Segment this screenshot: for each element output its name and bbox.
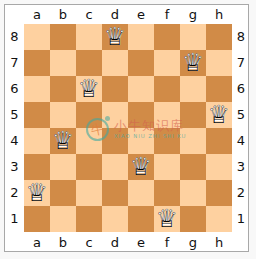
- square-g3[interactable]: [180, 154, 206, 180]
- piece-outline: ♕: [50, 127, 76, 153]
- file-label-bottom-f: f: [154, 232, 180, 253]
- square-h3[interactable]: [206, 154, 232, 180]
- rank-label-left-7: 7: [5, 50, 24, 76]
- square-c5[interactable]: [76, 102, 102, 128]
- file-label-bottom-a: a: [24, 232, 50, 253]
- square-b7[interactable]: [50, 50, 76, 76]
- file-label-bottom-e: e: [128, 232, 154, 253]
- piece-outline: ♕: [180, 49, 206, 75]
- square-h5[interactable]: ♛♕: [206, 102, 232, 128]
- file-label-top-h: h: [206, 5, 232, 24]
- square-h6[interactable]: [206, 76, 232, 102]
- file-labels-bottom: abcdefgh: [24, 232, 232, 253]
- square-b4[interactable]: ♛♕: [50, 128, 76, 154]
- rank-label-left-6: 6: [5, 76, 24, 102]
- square-c2[interactable]: [76, 180, 102, 206]
- square-e3[interactable]: ♛♕: [128, 154, 154, 180]
- square-e6[interactable]: [128, 76, 154, 102]
- file-label-top-c: c: [76, 5, 102, 24]
- chess-diagram: abcdefgh 87654321 87654321 abcdefgh ♛♕♛♕…: [0, 0, 256, 259]
- square-b3[interactable]: [50, 154, 76, 180]
- square-a7[interactable]: [24, 50, 50, 76]
- square-a8[interactable]: [24, 24, 50, 50]
- square-e1[interactable]: [128, 206, 154, 232]
- square-c1[interactable]: [76, 206, 102, 232]
- file-label-top-b: b: [50, 5, 76, 24]
- rank-label-right-3: 3: [232, 154, 250, 180]
- square-g7[interactable]: ♛♕: [180, 50, 206, 76]
- square-d5[interactable]: [102, 102, 128, 128]
- white-queen-d8[interactable]: ♛♕: [102, 24, 128, 50]
- square-f7[interactable]: [154, 50, 180, 76]
- square-b6[interactable]: [50, 76, 76, 102]
- diagram-frame: abcdefgh 87654321 87654321 abcdefgh ♛♕♛♕…: [4, 4, 249, 252]
- square-f3[interactable]: [154, 154, 180, 180]
- rank-label-right-5: 5: [232, 102, 250, 128]
- square-a6[interactable]: [24, 76, 50, 102]
- white-queen-h5[interactable]: ♛♕: [206, 102, 232, 128]
- file-label-bottom-c: c: [76, 232, 102, 253]
- file-labels-top: abcdefgh: [24, 5, 232, 24]
- square-d2[interactable]: [102, 180, 128, 206]
- rank-label-left-2: 2: [5, 180, 24, 206]
- rank-label-left-5: 5: [5, 102, 24, 128]
- square-c3[interactable]: [76, 154, 102, 180]
- square-a2[interactable]: ♛♕: [24, 180, 50, 206]
- white-queen-g7[interactable]: ♛♕: [180, 50, 206, 76]
- square-b1[interactable]: [50, 206, 76, 232]
- file-label-bottom-g: g: [180, 232, 206, 253]
- white-queen-a2[interactable]: ♛♕: [24, 180, 50, 206]
- square-d8[interactable]: ♛♕: [102, 24, 128, 50]
- square-c7[interactable]: [76, 50, 102, 76]
- square-c8[interactable]: [76, 24, 102, 50]
- square-e2[interactable]: [128, 180, 154, 206]
- white-queen-f1[interactable]: ♛♕: [154, 206, 180, 232]
- square-e8[interactable]: [128, 24, 154, 50]
- chess-board: ♛♕♛♕♛♕♛♕♛♕♛♕♛♕♛♕: [24, 24, 232, 232]
- square-f8[interactable]: [154, 24, 180, 50]
- square-e5[interactable]: [128, 102, 154, 128]
- square-d6[interactable]: [102, 76, 128, 102]
- white-queen-e3[interactable]: ♛♕: [128, 154, 154, 180]
- square-g6[interactable]: [180, 76, 206, 102]
- square-g1[interactable]: [180, 206, 206, 232]
- square-c4[interactable]: [76, 128, 102, 154]
- square-c6[interactable]: ♛♕: [76, 76, 102, 102]
- square-g2[interactable]: [180, 180, 206, 206]
- file-label-top-e: e: [128, 5, 154, 24]
- square-b5[interactable]: [50, 102, 76, 128]
- file-label-top-a: a: [24, 5, 50, 24]
- square-g4[interactable]: [180, 128, 206, 154]
- square-b2[interactable]: [50, 180, 76, 206]
- rank-label-right-7: 7: [232, 50, 250, 76]
- rank-labels-right: 87654321: [232, 24, 250, 232]
- square-g5[interactable]: [180, 102, 206, 128]
- piece-outline: ♕: [76, 75, 102, 101]
- file-label-bottom-h: h: [206, 232, 232, 253]
- square-h8[interactable]: [206, 24, 232, 50]
- file-label-top-g: g: [180, 5, 206, 24]
- white-queen-b4[interactable]: ♛♕: [50, 128, 76, 154]
- rank-label-right-6: 6: [232, 76, 250, 102]
- square-h7[interactable]: [206, 50, 232, 76]
- square-h1[interactable]: [206, 206, 232, 232]
- square-a3[interactable]: [24, 154, 50, 180]
- square-a4[interactable]: [24, 128, 50, 154]
- file-label-bottom-b: b: [50, 232, 76, 253]
- rank-label-right-1: 1: [232, 206, 250, 232]
- piece-outline: ♕: [206, 101, 232, 127]
- piece-outline: ♕: [154, 205, 180, 231]
- square-f5[interactable]: [154, 102, 180, 128]
- square-a5[interactable]: [24, 102, 50, 128]
- file-label-bottom-d: d: [102, 232, 128, 253]
- square-f4[interactable]: [154, 128, 180, 154]
- square-d3[interactable]: [102, 154, 128, 180]
- rank-label-right-2: 2: [232, 180, 250, 206]
- square-h2[interactable]: [206, 180, 232, 206]
- square-d4[interactable]: [102, 128, 128, 154]
- square-e4[interactable]: [128, 128, 154, 154]
- rank-label-left-4: 4: [5, 128, 24, 154]
- rank-label-left-3: 3: [5, 154, 24, 180]
- square-a1[interactable]: [24, 206, 50, 232]
- square-h4[interactable]: [206, 128, 232, 154]
- rank-label-right-4: 4: [232, 128, 250, 154]
- file-label-top-f: f: [154, 5, 180, 24]
- square-e7[interactable]: [128, 50, 154, 76]
- piece-outline: ♕: [102, 23, 128, 49]
- rank-label-right-8: 8: [232, 24, 250, 50]
- square-d7[interactable]: [102, 50, 128, 76]
- rank-label-left-1: 1: [5, 206, 24, 232]
- rank-label-left-8: 8: [5, 24, 24, 50]
- piece-outline: ♕: [24, 179, 50, 205]
- square-g8[interactable]: [180, 24, 206, 50]
- square-d1[interactable]: [102, 206, 128, 232]
- square-f2[interactable]: [154, 180, 180, 206]
- square-b8[interactable]: [50, 24, 76, 50]
- rank-labels-left: 87654321: [5, 24, 24, 232]
- white-queen-c6[interactable]: ♛♕: [76, 76, 102, 102]
- piece-outline: ♕: [128, 153, 154, 179]
- square-f6[interactable]: [154, 76, 180, 102]
- square-f1[interactable]: ♛♕: [154, 206, 180, 232]
